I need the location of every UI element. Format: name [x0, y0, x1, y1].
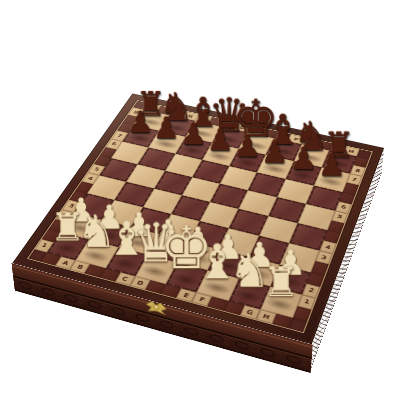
piece-white-rook[interactable]: ♜ — [248, 262, 315, 303]
piece-black-pawn[interactable]: ♟ — [302, 149, 361, 180]
chess-set: ABCDEFGH8877665544332211ABCDEFGH ♜♞♝♛♚♝♞… — [12, 94, 384, 345]
photo-scene: ABCDEFGH8877665544332211ABCDEFGH ♜♞♝♛♚♝♞… — [0, 0, 400, 400]
